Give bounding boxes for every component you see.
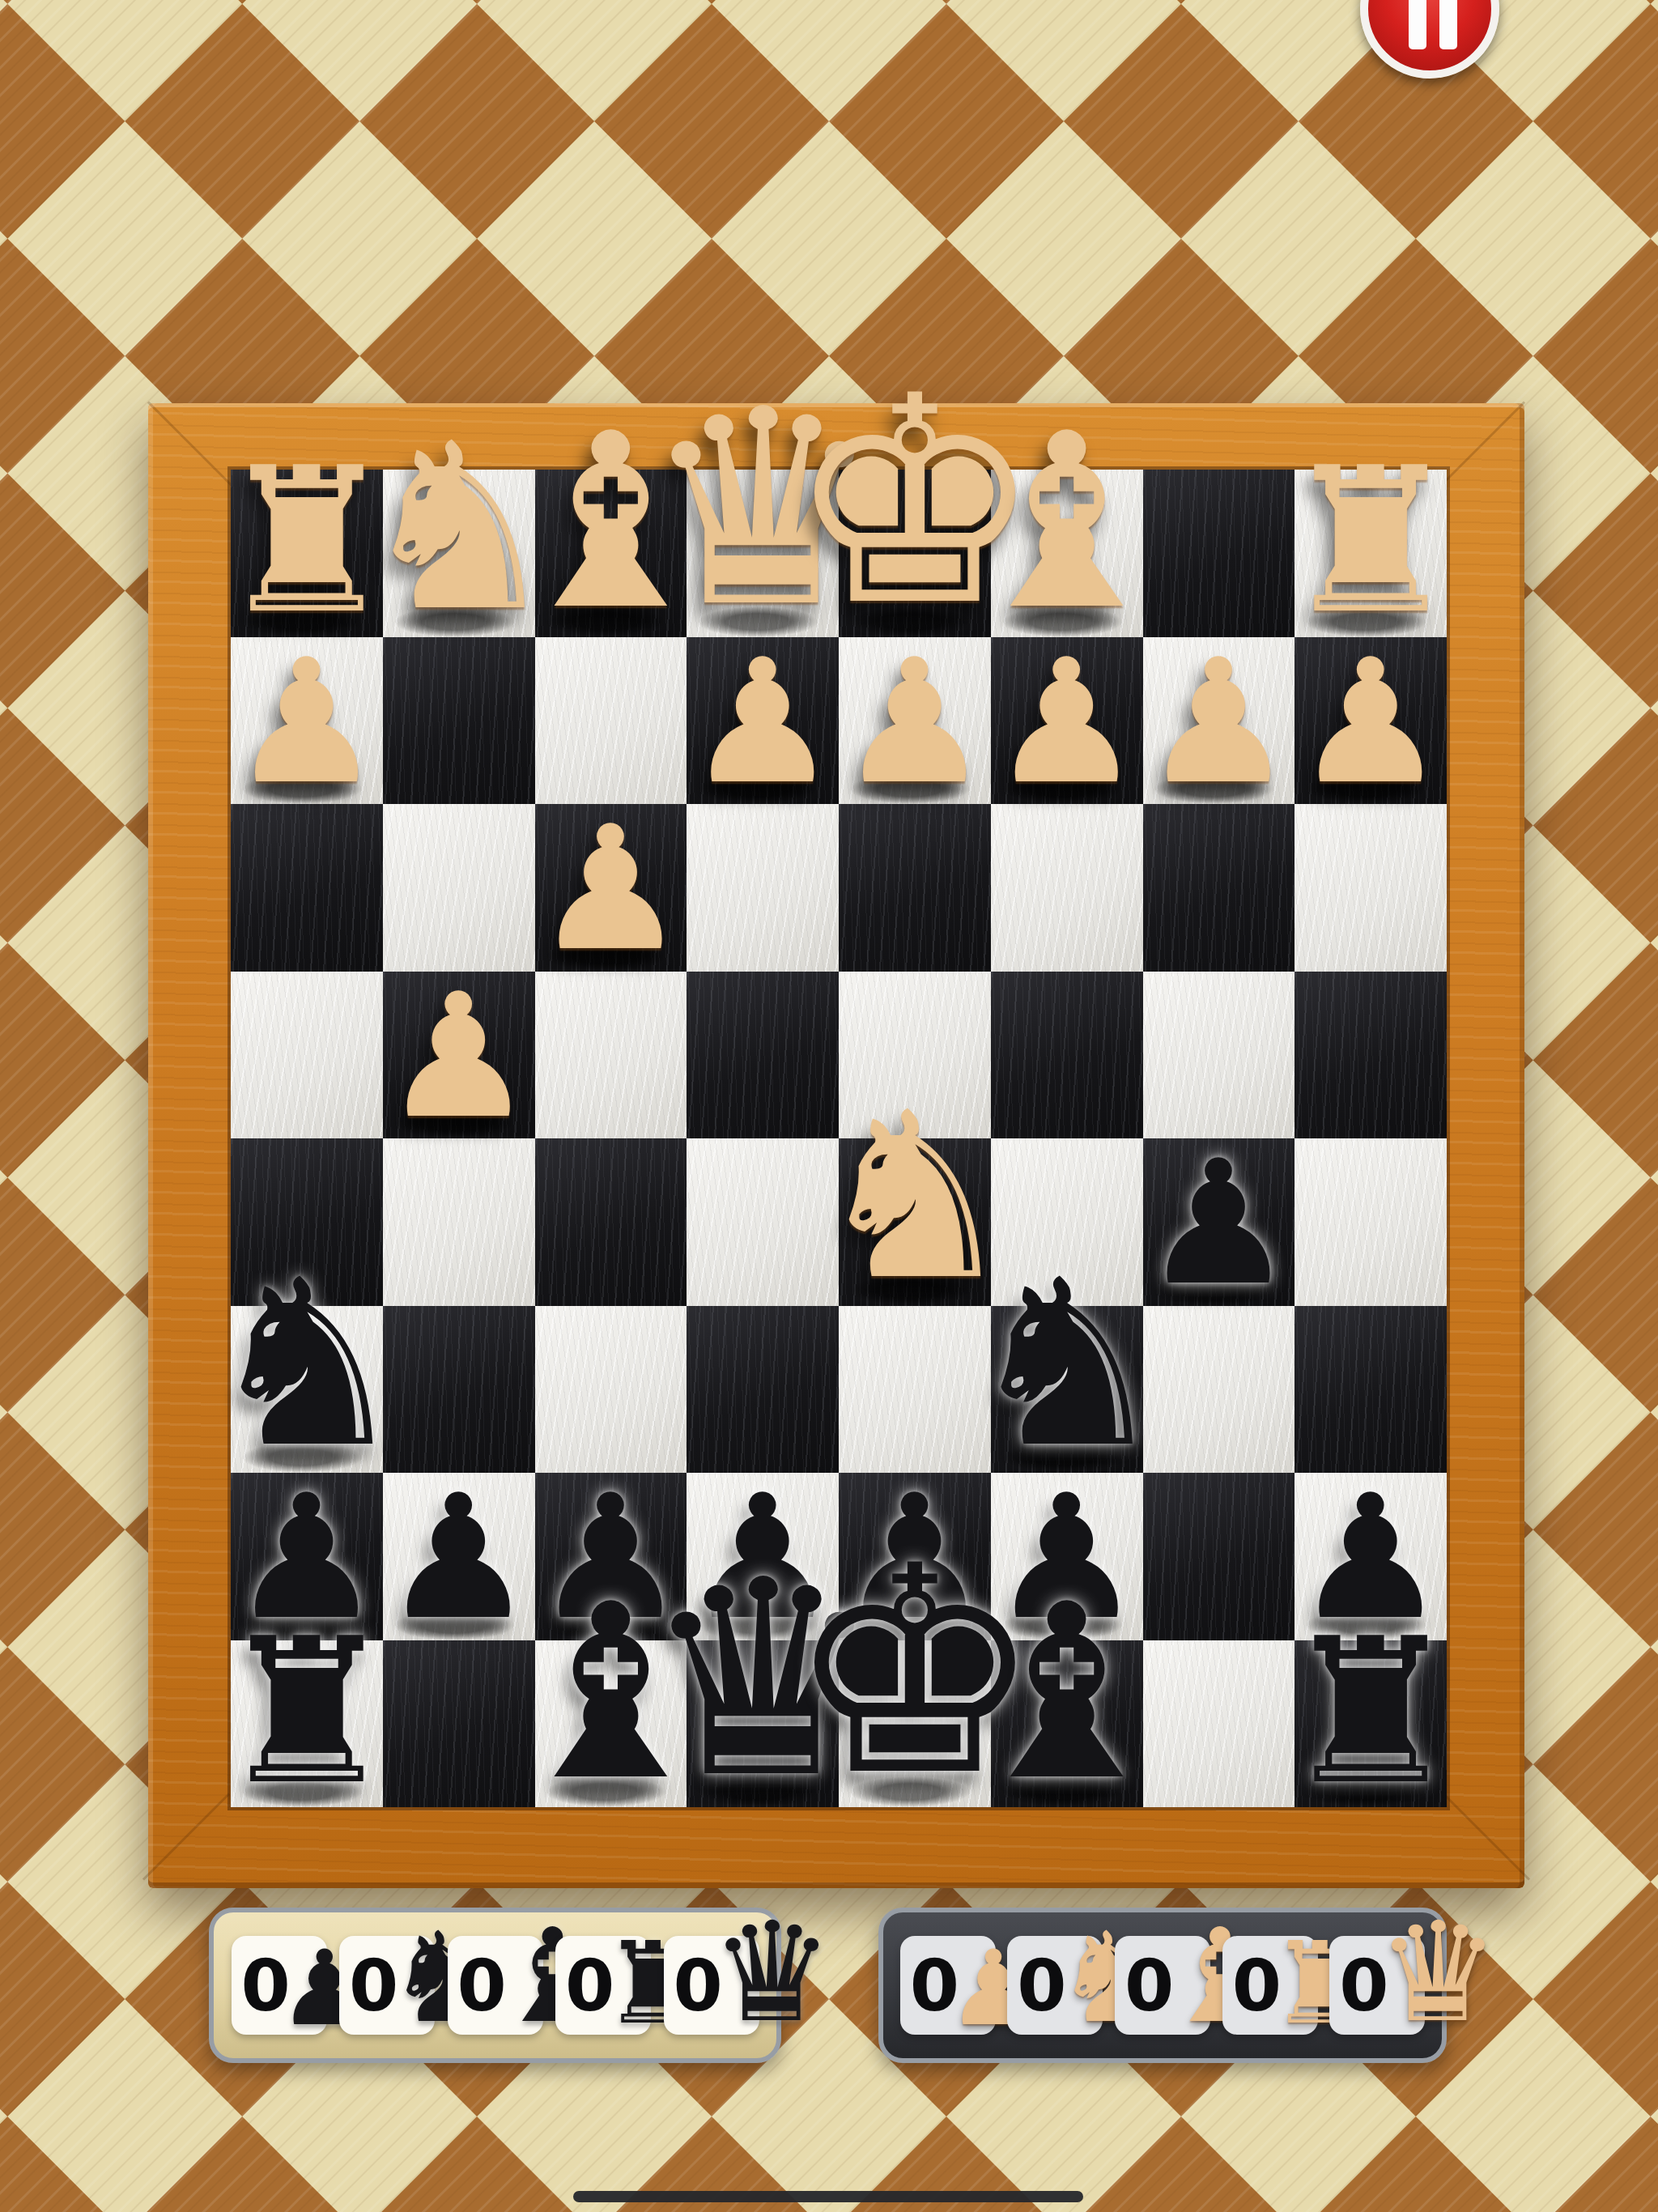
black-knight-a6[interactable]: ♞ <box>231 1306 383 1474</box>
piece-glyph: ♜ <box>1281 449 1460 633</box>
square-b3[interactable] <box>383 804 535 972</box>
square-a4[interactable] <box>231 972 383 1139</box>
square-a3[interactable] <box>231 804 383 972</box>
black-rook-a8[interactable]: ♜ <box>231 1640 383 1808</box>
square-f3[interactable] <box>991 804 1143 972</box>
black-queen-icon: ♛ <box>711 1911 834 2035</box>
captured-count-chip-bishop: 0♝ <box>1115 1936 1210 2035</box>
piece-glyph: ♟ <box>686 643 840 801</box>
piece-glyph: ♜ <box>217 1619 397 1804</box>
piece-glyph: ♝ <box>959 411 1175 633</box>
square-h4[interactable] <box>1295 972 1447 1139</box>
square-c4[interactable] <box>535 972 687 1139</box>
white-pawn-a2[interactable]: ♟ <box>231 637 383 805</box>
piece-glyph: ♜ <box>1281 1619 1460 1804</box>
square-h3[interactable] <box>1295 804 1447 972</box>
piece-glyph: ♟ <box>230 643 384 801</box>
black-rook-h8[interactable]: ♜ <box>1295 1640 1447 1808</box>
black-bishop-f8[interactable]: ♝ <box>991 1640 1143 1808</box>
white-pawn-e2[interactable]: ♟ <box>839 637 991 805</box>
white-bishop-f1[interactable]: ♝ <box>991 470 1143 637</box>
piece-glyph: ♞ <box>204 1258 410 1470</box>
captured-count-chip-knight: 0♞ <box>339 1936 435 2035</box>
square-h5[interactable] <box>1295 1138 1447 1306</box>
pause-icon <box>1409 0 1426 49</box>
square-d6[interactable] <box>687 1306 839 1474</box>
white-pawn-c3[interactable]: ♟ <box>535 804 687 972</box>
captured-count-chip-queen: 0♛ <box>1329 1936 1425 2035</box>
white-pawn-h2[interactable]: ♟ <box>1295 637 1447 805</box>
chess-board[interactable]: ♜♞♝♛♚♝♜♟♟♟♟♟♟♟♟♞♟♞♞♟♟♟♟♟♟♟♜♝♛♚♝♜ <box>231 470 1447 1807</box>
square-g3[interactable] <box>1143 804 1295 972</box>
white-pawn-d2[interactable]: ♟ <box>687 637 839 805</box>
captured-count-chip-pawn: 0♟ <box>900 1936 996 2035</box>
white-pawn-f2[interactable]: ♟ <box>991 637 1143 805</box>
pause-icon <box>1439 0 1457 49</box>
home-indicator[interactable] <box>573 2191 1083 2202</box>
captured-count-chip-bishop: 0♝ <box>448 1936 543 2035</box>
captured-count-chip-knight: 0♞ <box>1007 1936 1103 2035</box>
piece-glyph: ♟ <box>1141 643 1295 801</box>
square-h6[interactable] <box>1295 1306 1447 1474</box>
captured-count-chip-rook: 0♜ <box>555 1936 651 2035</box>
captured-count-chip-rook: 0♜ <box>1222 1936 1318 2035</box>
white-pawn-g2[interactable]: ♟ <box>1143 637 1295 805</box>
piece-glyph: ♟ <box>382 977 536 1135</box>
piece-glyph: ♝ <box>959 1582 1175 1804</box>
white-pawn-b4[interactable]: ♟ <box>383 972 535 1139</box>
captured-count-chip-pawn: 0♟ <box>232 1936 327 2035</box>
square-c6[interactable] <box>535 1306 687 1474</box>
square-e3[interactable] <box>839 804 991 972</box>
white-rook-h1[interactable]: ♜ <box>1295 470 1447 637</box>
square-g4[interactable] <box>1143 972 1295 1139</box>
square-c5[interactable] <box>535 1138 687 1306</box>
app-screen: ♜♞♝♛♚♝♜♟♟♟♟♟♟♟♟♞♟♞♞♟♟♟♟♟♟♟♜♝♛♚♝♜ 0♟0♞0♝0… <box>0 0 1658 2212</box>
black-knight-f6[interactable]: ♞ <box>991 1306 1143 1474</box>
piece-glyph: ♟ <box>838 643 992 801</box>
piece-glyph: ♟ <box>534 810 687 968</box>
piece-glyph: ♟ <box>1294 643 1448 801</box>
white-queen-icon: ♛ <box>1376 1911 1499 2035</box>
square-d3[interactable] <box>687 804 839 972</box>
captured-tray-white-pieces: 0♟0♞0♝0♜0♛ <box>878 1908 1447 2063</box>
piece-glyph: ♞ <box>963 1258 1170 1470</box>
captured-count-chip-queen: 0♛ <box>664 1936 759 2035</box>
piece-glyph: ♟ <box>990 643 1144 801</box>
captured-tray-black-pieces: 0♟0♞0♝0♜0♛ <box>209 1908 781 2063</box>
